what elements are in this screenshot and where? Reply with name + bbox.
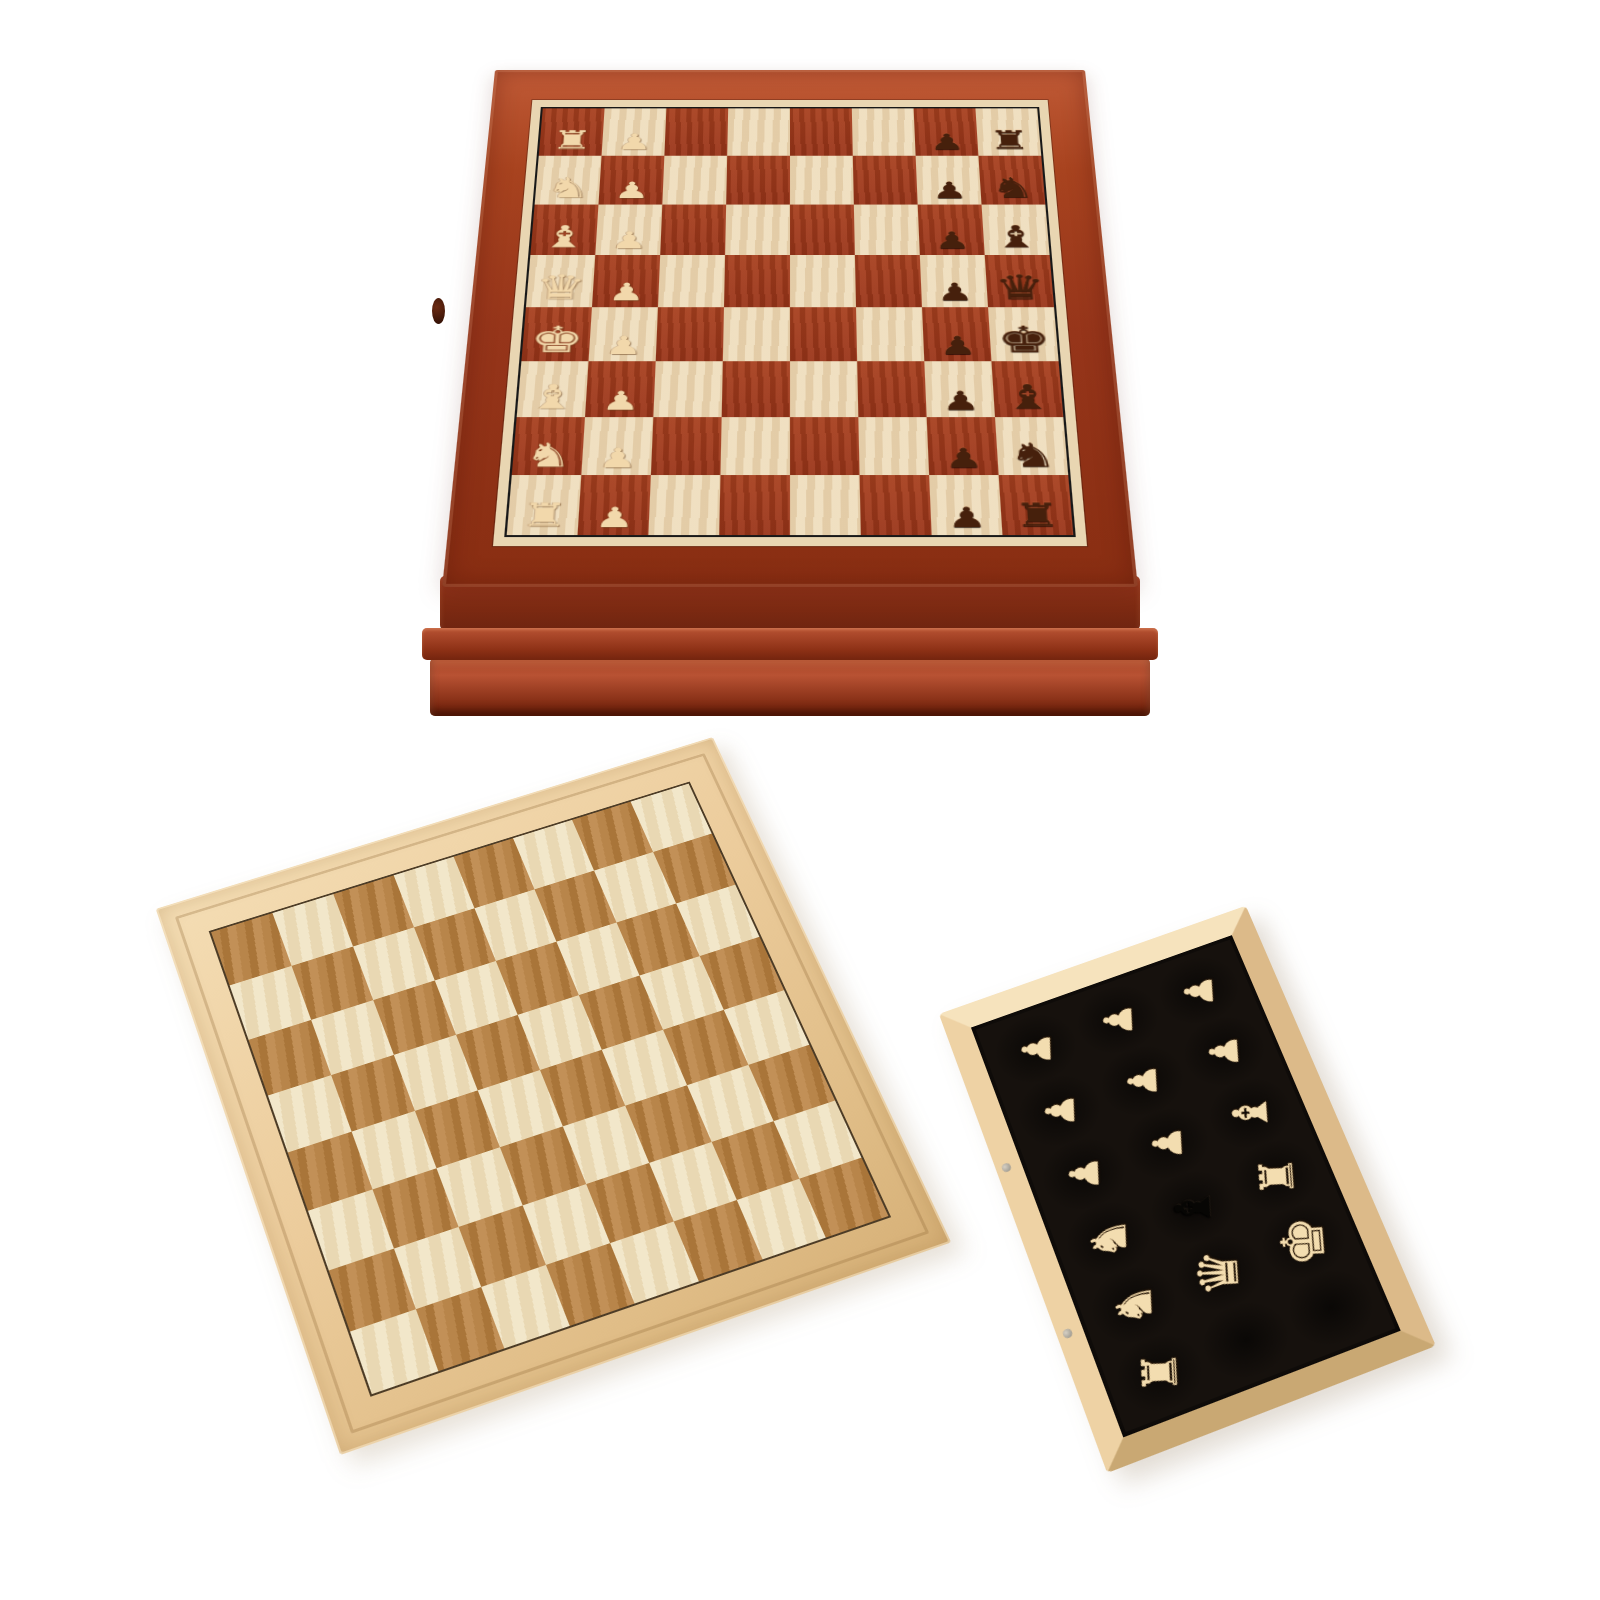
black-rook: ♜ — [989, 107, 1030, 153]
board-square — [790, 307, 857, 361]
board-square: ♜ — [975, 108, 1041, 155]
stored-pawn: ♟ — [1147, 1125, 1189, 1161]
board-square: ♛ — [985, 255, 1054, 307]
board-square: ♜ — [539, 108, 605, 155]
board-square — [855, 255, 922, 307]
beech-board — [156, 737, 952, 1455]
tray-box: ♟♟♟♟♟♟♟♟♝♞♝♜♞♛♚♜ — [939, 906, 1436, 1473]
board-square: ♞ — [512, 417, 585, 475]
board-square — [790, 156, 854, 205]
white-rook: ♜ — [550, 107, 591, 153]
white-pawn: ♟ — [607, 264, 644, 305]
board-square — [790, 205, 855, 255]
stored-pawn: ♟ — [1016, 1031, 1056, 1066]
beech-board-frame — [156, 737, 952, 1455]
mahogany-chess-set: ♜♟♟♜♞♟♟♞♝♟♟♝♛♟♟♛♚♟♟♚♝♟♟♝♞♟♟♞♜♟♟♜ — [390, 30, 1190, 750]
board-square: ♟ — [920, 255, 988, 307]
white-bishop: ♝ — [540, 201, 587, 253]
stored-rook: ♜ — [1252, 1155, 1301, 1197]
white-pawn: ♟ — [613, 163, 649, 203]
board-square — [856, 307, 924, 361]
side-knob — [432, 298, 445, 324]
board-square: ♚ — [521, 307, 592, 361]
board-square: ♟ — [592, 255, 660, 307]
board-square — [852, 108, 916, 155]
white-pawn: ♟ — [616, 115, 651, 154]
white-pawn: ♟ — [610, 212, 646, 252]
white-pawn: ♟ — [593, 488, 633, 532]
white-pawn: ♟ — [597, 429, 636, 472]
board-square — [722, 361, 790, 417]
stored-queen: ♛ — [1190, 1247, 1248, 1298]
white-queen: ♛ — [534, 248, 585, 305]
black-pawn: ♟ — [934, 212, 970, 252]
board-square — [719, 475, 790, 535]
black-pawn: ♟ — [936, 264, 973, 305]
board-square: ♟ — [922, 307, 991, 361]
board-square — [724, 255, 790, 307]
stored-knight: ♞ — [1084, 1216, 1134, 1261]
board-square: ♝ — [517, 361, 589, 417]
board-square — [651, 417, 722, 475]
black-pawn: ♟ — [929, 115, 964, 154]
board-square: ♟ — [916, 156, 982, 205]
black-bishop: ♝ — [1004, 360, 1053, 415]
black-rook: ♜ — [1014, 480, 1061, 532]
empty-bishop-cutout: ♝ — [1168, 1185, 1219, 1229]
magnet-dot — [1001, 1162, 1012, 1173]
black-knight: ♞ — [991, 153, 1035, 202]
black-knight: ♞ — [1009, 419, 1057, 473]
board-square — [790, 108, 853, 155]
board-square: ♟ — [602, 108, 667, 155]
board-square: ♟ — [918, 205, 985, 255]
black-pawn: ♟ — [932, 163, 968, 203]
chess-sets-product-photo: ♜♟♟♜♞♟♟♞♝♟♟♝♛♟♟♛♚♟♟♚♝♟♟♝♞♟♟♞♜♟♟♜ ♟♟♟♟♟♟♟… — [0, 0, 1600, 1600]
board-square — [720, 417, 790, 475]
board-square: ♛ — [526, 255, 595, 307]
white-knight: ♞ — [545, 153, 589, 202]
black-pawn: ♟ — [939, 317, 976, 359]
white-bishop: ♝ — [527, 360, 576, 415]
board-square: ♟ — [929, 475, 1002, 535]
white-rook: ♜ — [519, 480, 566, 532]
board-square: ♚ — [988, 307, 1059, 361]
board-square: ♟ — [927, 417, 999, 475]
board-square — [658, 255, 725, 307]
mahogany-box-base — [430, 658, 1150, 716]
board-square: ♟ — [595, 205, 662, 255]
board-square: ♞ — [535, 156, 602, 205]
stored-bishop: ♝ — [1225, 1092, 1275, 1135]
board-square — [664, 108, 728, 155]
board-square — [660, 205, 726, 255]
stored-rook: ♜ — [1135, 1350, 1185, 1395]
board-square — [648, 475, 720, 535]
board-square: ♝ — [991, 361, 1063, 417]
white-pawn: ♟ — [600, 372, 638, 415]
board-square: ♟ — [598, 156, 664, 205]
tray-foam-insert: ♟♟♟♟♟♟♟♟♝♞♝♜♞♛♚♜ — [976, 940, 1395, 1432]
stored-king: ♚ — [1272, 1214, 1334, 1268]
board-square — [790, 417, 860, 475]
board-square — [656, 307, 724, 361]
stored-pawn: ♟ — [1204, 1034, 1245, 1069]
board-square — [860, 475, 932, 535]
maple-inlay-border: ♜♟♟♜♞♟♟♞♝♟♟♝♛♟♟♛♚♟♟♚♝♟♟♝♞♟♟♞♜♟♟♜ — [493, 100, 1087, 546]
board-square — [790, 475, 861, 535]
board-square: ♜ — [507, 475, 582, 535]
board-square — [854, 205, 920, 255]
board-square: ♟ — [585, 361, 656, 417]
stored-knight: ♞ — [1108, 1282, 1159, 1328]
board-square — [726, 156, 790, 205]
board-square — [725, 205, 790, 255]
board-square — [727, 108, 790, 155]
beech-board-grid — [209, 782, 891, 1397]
black-pawn: ♟ — [944, 429, 983, 472]
white-knight: ♞ — [523, 419, 571, 473]
board-square — [662, 156, 727, 205]
stored-pawn: ♟ — [1063, 1156, 1104, 1192]
mahogany-box-molding — [422, 628, 1158, 660]
board-square — [653, 361, 723, 417]
board-square: ♟ — [578, 475, 651, 535]
black-queen: ♛ — [995, 248, 1046, 305]
board-square — [853, 156, 918, 205]
magnet-dot — [1062, 1328, 1074, 1340]
board-square — [857, 361, 927, 417]
mahogany-board-frame: ♜♟♟♜♞♟♟♞♝♟♟♝♛♟♟♛♚♟♟♚♝♟♟♝♞♟♟♞♜♟♟♜ — [442, 70, 1138, 587]
black-pawn: ♟ — [942, 372, 980, 415]
stored-pawn: ♟ — [1122, 1063, 1163, 1098]
piece-storage-tray: ♟♟♟♟♟♟♟♟♝♞♝♜♞♛♚♜ — [939, 906, 1436, 1473]
board-square: ♞ — [978, 156, 1045, 205]
stored-pawn: ♟ — [1179, 974, 1220, 1008]
board-square — [723, 307, 790, 361]
board-square — [790, 255, 856, 307]
board-square: ♟ — [581, 417, 653, 475]
board-square: ♟ — [914, 108, 979, 155]
stored-pawn: ♟ — [1098, 1002, 1138, 1036]
black-bishop: ♝ — [994, 201, 1041, 253]
black-pawn: ♟ — [947, 488, 987, 532]
mahogany-board-grid: ♜♟♟♜♞♟♟♞♝♟♟♝♛♟♟♛♚♟♟♚♝♟♟♝♞♟♟♞♜♟♟♜ — [504, 107, 1076, 537]
board-square: ♟ — [589, 307, 658, 361]
board-square — [858, 417, 929, 475]
board-square: ♟ — [924, 361, 995, 417]
board-square: ♝ — [982, 205, 1050, 255]
white-king: ♚ — [528, 299, 582, 359]
board-square: ♝ — [530, 205, 598, 255]
board-square: ♜ — [999, 475, 1074, 535]
white-pawn: ♟ — [604, 317, 641, 359]
board-square — [790, 361, 858, 417]
black-king: ♚ — [998, 299, 1052, 359]
board-square: ♞ — [995, 417, 1068, 475]
mahogany-board: ♜♟♟♜♞♟♟♞♝♟♟♝♛♟♟♛♚♟♟♚♝♟♟♝♞♟♟♞♜♟♟♜ — [442, 70, 1138, 587]
stored-pawn: ♟ — [1039, 1093, 1080, 1129]
